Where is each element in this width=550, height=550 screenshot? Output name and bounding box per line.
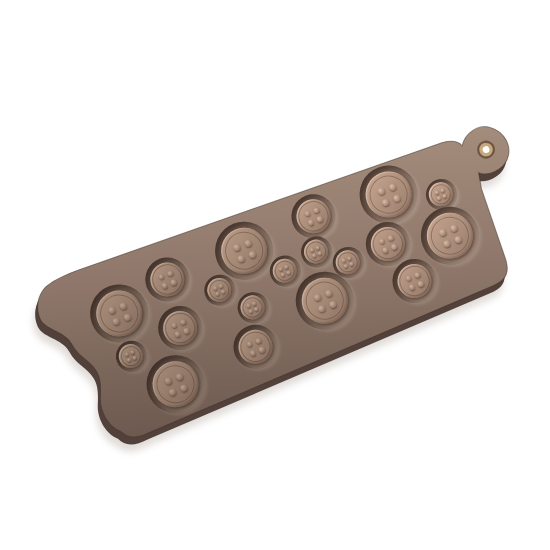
button-hole-dot <box>170 322 177 329</box>
button-face <box>359 165 418 224</box>
button-face <box>291 194 336 239</box>
button-hole-dot <box>440 188 445 193</box>
cavity-medium <box>139 251 196 308</box>
cavity-medium <box>152 300 209 357</box>
chocolate-button-mold <box>45 102 550 452</box>
button-hole-dot <box>347 255 352 260</box>
button-face <box>146 355 205 414</box>
button-hole-dot <box>107 305 116 314</box>
button-hole-dot <box>312 293 321 302</box>
button-face <box>425 179 457 211</box>
button-hole-dot <box>438 228 447 237</box>
button-face <box>365 222 410 267</box>
button-hole-dot <box>284 264 289 269</box>
cavity-large <box>138 347 213 422</box>
button-face <box>300 236 332 268</box>
button-hole-dot <box>434 190 439 195</box>
button-hole-dot <box>278 266 283 271</box>
cavity-small <box>296 232 336 272</box>
button-face <box>420 206 479 265</box>
button-hole-dot <box>405 275 412 282</box>
button-face <box>204 274 236 306</box>
button-hole-dot <box>252 301 257 306</box>
button-hole-dot <box>376 187 385 196</box>
button-hole-dot <box>163 376 172 385</box>
button-hole-dot <box>130 349 135 354</box>
button-hole-dot <box>378 238 385 245</box>
button-hole-dot <box>158 273 165 280</box>
button-hole-dot <box>246 341 253 348</box>
button-face <box>145 257 190 302</box>
product-photo-scene <box>0 0 550 550</box>
button-face <box>233 324 278 369</box>
cavity-small <box>233 287 273 327</box>
button-face <box>215 221 274 280</box>
button-hole-dot <box>341 258 346 263</box>
button-hole-dot <box>246 303 251 308</box>
button-hole-dot <box>213 285 218 290</box>
button-face <box>237 292 269 324</box>
button-face <box>269 255 301 287</box>
button-face <box>392 259 437 304</box>
cavity-medium <box>227 319 284 376</box>
button-face <box>158 306 203 351</box>
button-hole-dot <box>124 352 129 357</box>
button-face <box>115 340 147 372</box>
button-hole-dot <box>304 210 311 217</box>
button-face <box>90 284 149 343</box>
button-face <box>295 271 354 330</box>
button-hole-dot <box>232 243 241 252</box>
button-hole-dot <box>309 247 314 252</box>
cavity-large <box>82 276 157 351</box>
button-hole-dot <box>219 283 224 288</box>
cavity-layer <box>45 102 550 452</box>
button-hole-dot <box>315 245 320 250</box>
